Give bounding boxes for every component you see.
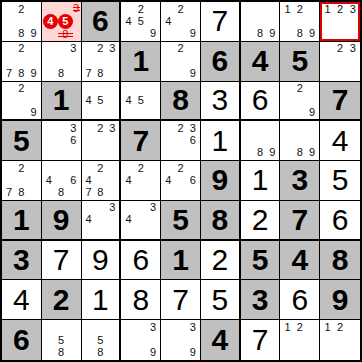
cell-r2c6[interactable]: 6 bbox=[201, 42, 241, 82]
pencil-marks: 249 bbox=[162, 3, 199, 40]
cell-r8c7[interactable]: 3 bbox=[241, 280, 281, 320]
solved-digit: 7 bbox=[241, 320, 280, 360]
cell-r7c4[interactable]: 6 bbox=[121, 241, 161, 281]
candidate-8: 8 bbox=[15, 187, 27, 199]
candidate-2: 2 bbox=[174, 162, 186, 174]
cell-r2c1[interactable]: 2789 bbox=[2, 42, 42, 82]
cell-r1c3[interactable]: 6 bbox=[82, 2, 122, 42]
cell-r6c8[interactable]: 7 bbox=[280, 201, 320, 241]
cell-r8c4[interactable]: 8 bbox=[121, 280, 161, 320]
pencil-marks: 39 bbox=[162, 321, 199, 359]
cell-r8c8[interactable]: 6 bbox=[280, 280, 320, 320]
pencil-marks: 38 bbox=[43, 43, 80, 80]
candidate-9: 9 bbox=[28, 106, 40, 118]
candidate-7: 7 bbox=[3, 187, 15, 199]
cell-r6c5[interactable]: 5 bbox=[161, 201, 201, 241]
pencil-marks: 2459 bbox=[122, 3, 159, 40]
solved-digit: 7 bbox=[201, 2, 239, 41]
candidate-4: 4 bbox=[83, 174, 95, 186]
cell-r4c8[interactable]: 89 bbox=[280, 121, 320, 161]
cell-r9c9[interactable]: 12 bbox=[320, 320, 360, 360]
solved-digit: 6 bbox=[121, 241, 160, 280]
pencil-marks: 2378 bbox=[83, 43, 119, 80]
candidate-5: 5 bbox=[135, 94, 147, 106]
cell-r1c1[interactable]: 289 bbox=[2, 2, 42, 42]
cell-r6c4[interactable]: 34 bbox=[121, 201, 161, 241]
candidate-9: 9 bbox=[306, 28, 318, 40]
cell-r1c5[interactable]: 249 bbox=[161, 2, 201, 42]
candidate-8: 8 bbox=[254, 147, 266, 159]
cell-r1c8[interactable]: 1289 bbox=[280, 2, 320, 42]
candidate-8: 8 bbox=[94, 187, 106, 199]
pencil-marks: 123 bbox=[321, 3, 359, 40]
given-digit: 5 bbox=[241, 241, 280, 280]
cell-r7c3[interactable]: 9 bbox=[82, 241, 122, 281]
cell-r6c2[interactable]: 9 bbox=[42, 201, 82, 241]
given-digit: 3 bbox=[280, 161, 319, 200]
candidate-3: 3 bbox=[106, 122, 118, 134]
pencil-marks: 89 bbox=[242, 3, 279, 40]
candidate-8: 8 bbox=[94, 67, 106, 79]
cell-r7c8[interactable]: 4 bbox=[280, 241, 320, 281]
candidate-6: 6 bbox=[67, 174, 79, 186]
candidate-1: 1 bbox=[281, 3, 293, 15]
solved-digit: 6 bbox=[320, 201, 360, 239]
cell-r5c4[interactable]: 24 bbox=[121, 161, 161, 201]
candidate-2: 2 bbox=[94, 122, 106, 134]
cell-r7c2[interactable]: 7 bbox=[42, 241, 82, 281]
candidate-4: 4 bbox=[83, 214, 95, 226]
candidate-3: 3 bbox=[106, 43, 118, 55]
solved-digit: 9 bbox=[82, 241, 120, 280]
cell-r7c9[interactable]: 8 bbox=[320, 241, 360, 281]
candidate-9: 9 bbox=[147, 346, 159, 359]
cell-r4c5[interactable]: 236 bbox=[161, 121, 201, 161]
given-digit: 6 bbox=[82, 2, 120, 41]
given-digit: 9 bbox=[42, 201, 81, 239]
pencil-marks: 12 bbox=[321, 321, 359, 359]
cell-r5c2[interactable]: 468 bbox=[42, 161, 82, 201]
candidate-2: 2 bbox=[334, 321, 347, 334]
candidate-6: 6 bbox=[67, 135, 79, 147]
candidate-8: 8 bbox=[15, 67, 27, 79]
given-digit: 4 bbox=[201, 320, 239, 360]
cell-r9c2[interactable]: 58 bbox=[42, 320, 82, 360]
hint-eliminated-candidate-8: 8 bbox=[58, 29, 73, 40]
given-digit: 7 bbox=[121, 121, 160, 160]
given-digit: 2 bbox=[42, 280, 81, 319]
cell-r2c9[interactable]: 23 bbox=[320, 42, 360, 82]
cell-r1c4[interactable]: 2459 bbox=[121, 2, 161, 42]
cell-r9c7[interactable]: 7 bbox=[241, 320, 281, 360]
candidate-2: 2 bbox=[294, 83, 306, 95]
cell-r9c3[interactable]: 58 bbox=[82, 320, 122, 360]
solved-digit: 4 bbox=[2, 280, 41, 319]
cell-r5c6[interactable]: 9 bbox=[201, 161, 241, 201]
cell-r8c3[interactable]: 1 bbox=[82, 280, 122, 320]
candidate-3: 3 bbox=[67, 122, 79, 134]
cell-r6c3[interactable]: 34 bbox=[82, 201, 122, 241]
given-digit: 3 bbox=[241, 280, 280, 319]
given-digit: 3 bbox=[2, 241, 41, 280]
pencil-marks: 29 bbox=[281, 83, 318, 119]
cell-r7c1[interactable]: 3 bbox=[2, 241, 42, 281]
cell-r8c1[interactable]: 4 bbox=[2, 280, 42, 320]
candidate-9: 9 bbox=[187, 28, 199, 40]
pencil-marks: 45 bbox=[83, 83, 119, 119]
pencil-marks: 2478 bbox=[83, 162, 119, 199]
candidate-3: 3 bbox=[67, 43, 79, 55]
candidate-9: 9 bbox=[266, 28, 278, 40]
candidate-3: 3 bbox=[187, 122, 199, 134]
solved-digit: 2 bbox=[241, 201, 280, 239]
cell-r4c4[interactable]: 7 bbox=[121, 121, 161, 161]
given-digit: 4 bbox=[241, 42, 280, 81]
cell-r8c2[interactable]: 2 bbox=[42, 280, 82, 320]
solved-digit: 2 bbox=[201, 241, 239, 280]
cell-r1c7[interactable]: 89 bbox=[241, 2, 281, 42]
candidate-1: 1 bbox=[321, 3, 334, 15]
candidate-5: 5 bbox=[55, 334, 67, 347]
candidate-6: 6 bbox=[187, 174, 199, 186]
pencil-marks: 23 bbox=[83, 122, 119, 159]
candidate-3: 3 bbox=[147, 202, 159, 214]
pencil-marks: 289 bbox=[3, 3, 40, 40]
candidate-5: 5 bbox=[135, 15, 147, 27]
candidate-2: 2 bbox=[174, 3, 186, 15]
hint-eliminated-candidate-3: 3 bbox=[73, 3, 80, 14]
pencil-marks: 24 bbox=[122, 162, 159, 199]
candidate-2: 2 bbox=[334, 43, 347, 55]
cell-r6c7[interactable]: 2 bbox=[241, 201, 281, 241]
candidate-2: 2 bbox=[15, 43, 27, 55]
given-digit: 1 bbox=[2, 201, 41, 239]
given-digit: 1 bbox=[121, 42, 160, 81]
cell-r4c3[interactable]: 23 bbox=[82, 121, 122, 161]
pencil-marks: 58 bbox=[83, 321, 119, 359]
candidate-9: 9 bbox=[147, 28, 159, 40]
solved-digit: 1 bbox=[201, 121, 239, 160]
solved-digit: 1 bbox=[82, 280, 120, 319]
given-digit: 5 bbox=[2, 121, 41, 160]
cell-r1c6[interactable]: 7 bbox=[201, 2, 241, 42]
pencil-marks: 29 bbox=[162, 43, 199, 80]
candidate-4: 4 bbox=[43, 174, 55, 186]
candidate-9: 9 bbox=[306, 106, 318, 118]
cell-r5c3[interactable]: 2478 bbox=[82, 161, 122, 201]
cell-r3c9[interactable]: 7 bbox=[320, 82, 360, 122]
candidate-2: 2 bbox=[15, 3, 27, 15]
pencil-marks: 23 bbox=[321, 43, 359, 80]
candidate-3: 3 bbox=[187, 321, 199, 334]
candidate-9: 9 bbox=[306, 147, 318, 159]
solved-digit: 3 bbox=[201, 82, 239, 120]
candidate-4: 4 bbox=[162, 174, 174, 186]
candidate-8: 8 bbox=[94, 346, 106, 359]
pencil-marks: 2789 bbox=[3, 43, 40, 80]
candidate-8: 8 bbox=[254, 28, 266, 40]
cell-r3c5[interactable]: 8 bbox=[161, 82, 201, 122]
cell-r6c9[interactable]: 6 bbox=[320, 201, 360, 241]
candidate-7: 7 bbox=[83, 67, 95, 79]
cell-r7c7[interactable]: 5 bbox=[241, 241, 281, 281]
candidate-2: 2 bbox=[94, 43, 106, 55]
candidate-3: 3 bbox=[147, 321, 159, 334]
pencil-marks: 1289 bbox=[281, 3, 318, 40]
given-digit: 9 bbox=[201, 161, 239, 200]
given-digit: 8 bbox=[161, 82, 200, 120]
hint-keep-candidate-4: 4 bbox=[43, 14, 58, 29]
candidate-9: 9 bbox=[28, 67, 40, 79]
candidate-2: 2 bbox=[94, 162, 106, 174]
candidate-9: 9 bbox=[187, 67, 199, 79]
cell-r6c6[interactable]: 8 bbox=[201, 201, 241, 241]
cell-r5c1[interactable]: 278 bbox=[2, 161, 42, 201]
candidate-4: 4 bbox=[122, 15, 134, 27]
candidate-2: 2 bbox=[334, 3, 347, 15]
candidate-8: 8 bbox=[15, 28, 27, 40]
pencil-marks: 29 bbox=[3, 83, 40, 119]
cell-r9c6[interactable]: 4 bbox=[201, 320, 241, 360]
candidate-4: 4 bbox=[122, 214, 134, 226]
cell-r7c5[interactable]: 1 bbox=[161, 241, 201, 281]
given-digit: 8 bbox=[320, 241, 360, 280]
cell-r8c9[interactable]: 9 bbox=[320, 280, 360, 320]
given-digit: 5 bbox=[161, 201, 200, 239]
given-digit: 1 bbox=[161, 241, 200, 280]
cell-r3c4[interactable]: 45 bbox=[121, 82, 161, 122]
given-digit: 8 bbox=[201, 201, 239, 239]
candidate-2: 2 bbox=[135, 162, 147, 174]
cell-r6c1[interactable]: 1 bbox=[2, 201, 42, 241]
cell-r3c3[interactable]: 45 bbox=[82, 82, 122, 122]
cell-r9c4[interactable]: 39 bbox=[121, 320, 161, 360]
pencil-marks: 12 bbox=[281, 321, 318, 359]
cell-r9c5[interactable]: 39 bbox=[161, 320, 201, 360]
cell-r9c8[interactable]: 12 bbox=[280, 320, 320, 360]
candidate-3: 3 bbox=[346, 43, 359, 55]
cell-r1c9[interactable]: 123 bbox=[320, 2, 360, 42]
candidate-5: 5 bbox=[94, 94, 106, 106]
candidate-2: 2 bbox=[135, 3, 147, 15]
cell-r3c2[interactable]: 1 bbox=[42, 82, 82, 122]
candidate-8: 8 bbox=[55, 346, 67, 359]
pencil-marks: 236 bbox=[162, 122, 199, 159]
candidate-1: 1 bbox=[281, 321, 293, 334]
hint-keep-candidate-5: 5 bbox=[58, 14, 73, 29]
cell-r4c9[interactable]: 4 bbox=[320, 121, 360, 161]
given-digit: 4 bbox=[280, 241, 319, 280]
candidate-2: 2 bbox=[174, 43, 186, 55]
cell-r4c2[interactable]: 36 bbox=[42, 121, 82, 161]
given-digit: 5 bbox=[280, 42, 319, 81]
candidate-8: 8 bbox=[294, 28, 306, 40]
candidate-2: 2 bbox=[294, 321, 306, 334]
cell-r5c8[interactable]: 3 bbox=[280, 161, 320, 201]
pencil-marks: 36 bbox=[43, 122, 80, 159]
solved-digit: 4 bbox=[320, 121, 360, 160]
pencil-marks: 3458 bbox=[43, 3, 80, 40]
cell-r7c6[interactable]: 2 bbox=[201, 241, 241, 281]
cell-r5c9[interactable]: 5 bbox=[320, 161, 360, 201]
cell-r2c8[interactable]: 5 bbox=[280, 42, 320, 82]
candidate-4: 4 bbox=[122, 94, 134, 106]
cell-r2c3[interactable]: 2378 bbox=[82, 42, 122, 82]
cell-r5c7[interactable]: 1 bbox=[241, 161, 281, 201]
solved-digit: 6 bbox=[280, 280, 319, 319]
candidate-1: 1 bbox=[321, 321, 334, 334]
pencil-marks: 246 bbox=[162, 162, 199, 199]
candidate-8: 8 bbox=[294, 147, 306, 159]
given-digit: 9 bbox=[320, 280, 360, 319]
cell-r2c5[interactable]: 29 bbox=[161, 42, 201, 82]
pencil-marks: 39 bbox=[122, 321, 159, 359]
candidate-2: 2 bbox=[294, 3, 306, 15]
candidate-8: 8 bbox=[55, 187, 67, 199]
cell-r8c6[interactable]: 5 bbox=[201, 280, 241, 320]
candidate-4: 4 bbox=[122, 174, 134, 186]
pencil-marks: 89 bbox=[281, 122, 318, 159]
candidate-7: 7 bbox=[3, 67, 15, 79]
candidate-4: 4 bbox=[162, 15, 174, 27]
cell-r4c7[interactable]: 89 bbox=[241, 121, 281, 161]
cell-r8c5[interactable]: 7 bbox=[161, 280, 201, 320]
cell-r3c8[interactable]: 29 bbox=[280, 82, 320, 122]
solved-digit: 8 bbox=[121, 280, 160, 319]
given-digit: 7 bbox=[280, 201, 319, 239]
pencil-marks: 89 bbox=[242, 122, 279, 159]
candidate-9: 9 bbox=[266, 147, 278, 159]
solved-digit: 6 bbox=[241, 82, 280, 120]
given-digit: 7 bbox=[320, 82, 360, 120]
cell-r1c2[interactable]: 3458 bbox=[42, 2, 82, 42]
cell-r5c5[interactable]: 246 bbox=[161, 161, 201, 201]
candidate-7: 7 bbox=[83, 187, 95, 199]
candidate-2: 2 bbox=[174, 122, 186, 134]
sudoku-board: 2893458624592497891289123278938237812964… bbox=[0, 0, 362, 362]
solved-digit: 5 bbox=[320, 161, 360, 200]
cell-r2c2[interactable]: 38 bbox=[42, 42, 82, 82]
candidate-9: 9 bbox=[187, 346, 199, 359]
cell-r4c6[interactable]: 1 bbox=[201, 121, 241, 161]
candidate-6: 6 bbox=[187, 135, 199, 147]
given-digit: 6 bbox=[2, 320, 41, 360]
cell-r3c6[interactable]: 3 bbox=[201, 82, 241, 122]
solved-digit: 5 bbox=[201, 280, 239, 319]
candidate-4: 4 bbox=[83, 94, 95, 106]
pencil-marks: 34 bbox=[83, 202, 119, 238]
cell-r4c1[interactable]: 5 bbox=[2, 121, 42, 161]
candidate-2: 2 bbox=[15, 83, 27, 95]
candidate-5: 5 bbox=[94, 334, 106, 347]
cell-r2c4[interactable]: 1 bbox=[121, 42, 161, 82]
pencil-marks: 468 bbox=[43, 162, 80, 199]
cell-r3c1[interactable]: 29 bbox=[2, 82, 42, 122]
pencil-marks: 58 bbox=[43, 321, 80, 359]
cell-r2c7[interactable]: 4 bbox=[241, 42, 281, 82]
given-digit: 6 bbox=[201, 42, 239, 81]
pencil-marks: 34 bbox=[122, 202, 159, 238]
candidate-8: 8 bbox=[55, 67, 67, 79]
candidate-3: 3 bbox=[346, 3, 359, 15]
candidate-9: 9 bbox=[28, 28, 40, 40]
pencil-marks: 45 bbox=[122, 83, 159, 119]
cell-r9c1[interactable]: 6 bbox=[2, 320, 42, 360]
solved-digit: 7 bbox=[161, 280, 200, 319]
candidate-2: 2 bbox=[15, 162, 27, 174]
cell-r3c7[interactable]: 6 bbox=[241, 82, 281, 122]
solved-digit: 1 bbox=[241, 161, 280, 200]
candidate-3: 3 bbox=[106, 202, 118, 214]
solved-digit: 7 bbox=[42, 241, 81, 280]
pencil-marks: 278 bbox=[3, 162, 40, 199]
given-digit: 1 bbox=[42, 82, 81, 120]
